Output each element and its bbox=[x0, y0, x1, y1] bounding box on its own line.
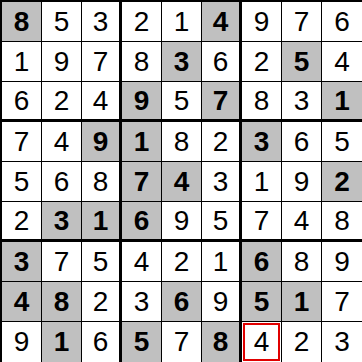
cell-r6c6[interactable]: 5 bbox=[202, 202, 242, 242]
cell-r7c2[interactable]: 7 bbox=[42, 242, 82, 282]
cell-r1c6[interactable]: 4 bbox=[202, 2, 242, 42]
cell-r1c8[interactable]: 7 bbox=[282, 2, 322, 42]
cell-r8c8[interactable]: 1 bbox=[282, 282, 322, 322]
cell-r3c2[interactable]: 2 bbox=[42, 82, 82, 122]
cell-r7c6[interactable]: 1 bbox=[202, 242, 242, 282]
cell-r6c7[interactable]: 7 bbox=[242, 202, 282, 242]
cell-r2c3[interactable]: 7 bbox=[82, 42, 122, 82]
cell-r9c1[interactable]: 9 bbox=[2, 322, 42, 362]
cell-r9c6[interactable]: 8 bbox=[202, 322, 242, 362]
cell-r7c5[interactable]: 2 bbox=[162, 242, 202, 282]
cell-r5c9[interactable]: 2 bbox=[322, 162, 362, 202]
cell-r9c3[interactable]: 6 bbox=[82, 322, 122, 362]
cell-r3c3[interactable]: 4 bbox=[82, 82, 122, 122]
cell-r7c7[interactable]: 6 bbox=[242, 242, 282, 282]
cell-r1c5[interactable]: 1 bbox=[162, 2, 202, 42]
sudoku-board: 8532149761978362546249578317491823655687… bbox=[0, 0, 362, 362]
cell-r5c7[interactable]: 1 bbox=[242, 162, 282, 202]
cell-r1c9[interactable]: 6 bbox=[322, 2, 362, 42]
cell-r1c3[interactable]: 3 bbox=[82, 2, 122, 42]
cell-r8c4[interactable]: 3 bbox=[122, 282, 162, 322]
cell-r8c7[interactable]: 5 bbox=[242, 282, 282, 322]
cell-r8c3[interactable]: 2 bbox=[82, 282, 122, 322]
cell-r4c9[interactable]: 5 bbox=[322, 122, 362, 162]
cell-r4c1[interactable]: 7 bbox=[2, 122, 42, 162]
cell-r3c6[interactable]: 7 bbox=[202, 82, 242, 122]
cell-r7c4[interactable]: 4 bbox=[122, 242, 162, 282]
cell-r2c8[interactable]: 5 bbox=[282, 42, 322, 82]
cell-r5c4[interactable]: 7 bbox=[122, 162, 162, 202]
cell-r5c1[interactable]: 5 bbox=[2, 162, 42, 202]
cell-r2c7[interactable]: 2 bbox=[242, 42, 282, 82]
cell-r3c1[interactable]: 6 bbox=[2, 82, 42, 122]
cell-r4c2[interactable]: 4 bbox=[42, 122, 82, 162]
cell-r3c7[interactable]: 8 bbox=[242, 82, 282, 122]
cell-r6c9[interactable]: 8 bbox=[322, 202, 362, 242]
cell-r2c1[interactable]: 1 bbox=[2, 42, 42, 82]
cell-r9c2[interactable]: 1 bbox=[42, 322, 82, 362]
cell-r8c6[interactable]: 9 bbox=[202, 282, 242, 322]
cell-r6c1[interactable]: 2 bbox=[2, 202, 42, 242]
cell-r5c3[interactable]: 8 bbox=[82, 162, 122, 202]
cell-r7c8[interactable]: 8 bbox=[282, 242, 322, 282]
cell-r5c5[interactable]: 4 bbox=[162, 162, 202, 202]
cell-r7c9[interactable]: 9 bbox=[322, 242, 362, 282]
cell-r4c5[interactable]: 8 bbox=[162, 122, 202, 162]
cell-r1c4[interactable]: 2 bbox=[122, 2, 162, 42]
cell-r4c3[interactable]: 9 bbox=[82, 122, 122, 162]
cell-r8c2[interactable]: 8 bbox=[42, 282, 82, 322]
cell-r5c6[interactable]: 3 bbox=[202, 162, 242, 202]
cell-r6c2[interactable]: 3 bbox=[42, 202, 82, 242]
cell-r6c3[interactable]: 1 bbox=[82, 202, 122, 242]
cell-r4c8[interactable]: 6 bbox=[282, 122, 322, 162]
cell-r3c5[interactable]: 5 bbox=[162, 82, 202, 122]
cell-r2c2[interactable]: 9 bbox=[42, 42, 82, 82]
cell-r1c2[interactable]: 5 bbox=[42, 2, 82, 42]
cell-r9c8[interactable]: 2 bbox=[282, 322, 322, 362]
cell-r2c9[interactable]: 4 bbox=[322, 42, 362, 82]
cell-r3c4[interactable]: 9 bbox=[122, 82, 162, 122]
cell-r1c1[interactable]: 8 bbox=[2, 2, 42, 42]
cell-r9c4[interactable]: 5 bbox=[122, 322, 162, 362]
cell-r3c8[interactable]: 3 bbox=[282, 82, 322, 122]
cell-r2c4[interactable]: 8 bbox=[122, 42, 162, 82]
cell-r6c8[interactable]: 4 bbox=[282, 202, 322, 242]
cell-r9c9[interactable]: 3 bbox=[322, 322, 362, 362]
cell-r4c6[interactable]: 2 bbox=[202, 122, 242, 162]
cell-r8c9[interactable]: 7 bbox=[322, 282, 362, 322]
cell-r2c5[interactable]: 3 bbox=[162, 42, 202, 82]
cell-r4c4[interactable]: 1 bbox=[122, 122, 162, 162]
cell-r9c7[interactable]: 4 bbox=[242, 322, 282, 362]
cell-r9c5[interactable]: 7 bbox=[162, 322, 202, 362]
cell-r1c7[interactable]: 9 bbox=[242, 2, 282, 42]
cell-r6c4[interactable]: 6 bbox=[122, 202, 162, 242]
cell-r6c5[interactable]: 9 bbox=[162, 202, 202, 242]
cell-r4c7[interactable]: 3 bbox=[242, 122, 282, 162]
cell-r5c8[interactable]: 9 bbox=[282, 162, 322, 202]
cell-r5c2[interactable]: 6 bbox=[42, 162, 82, 202]
cell-r2c6[interactable]: 6 bbox=[202, 42, 242, 82]
cell-r8c5[interactable]: 6 bbox=[162, 282, 202, 322]
cell-r8c1[interactable]: 4 bbox=[2, 282, 42, 322]
cell-r7c3[interactable]: 5 bbox=[82, 242, 122, 282]
cell-r7c1[interactable]: 3 bbox=[2, 242, 42, 282]
cell-r3c9[interactable]: 1 bbox=[322, 82, 362, 122]
